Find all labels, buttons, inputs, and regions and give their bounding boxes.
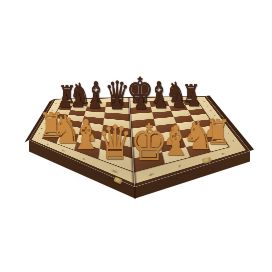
piece-black-pawn: ♟ <box>109 93 124 113</box>
board-shadow <box>16 118 260 196</box>
chess-set-photo: aa88bb77cc66dd55ee44ff33gg22hh11aa88bb77… <box>0 0 272 272</box>
piece-black-pawn: ♟ <box>134 93 149 113</box>
piece-black-pawn: ♟ <box>171 91 186 111</box>
piece-black-pawn: ♟ <box>187 90 202 110</box>
piece-black-pawn: ♟ <box>154 92 169 112</box>
